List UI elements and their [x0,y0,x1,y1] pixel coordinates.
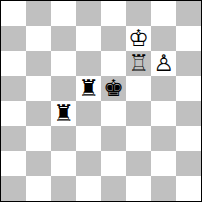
square-g5[interactable] [151,76,176,101]
square-e7[interactable] [101,26,126,51]
white-king-f7[interactable]: ♔ [126,26,151,51]
square-e2[interactable] [101,151,126,176]
square-h5[interactable] [176,76,201,101]
square-b8[interactable] [26,1,51,26]
square-b6[interactable] [26,51,51,76]
square-d7[interactable] [76,26,101,51]
square-g2[interactable] [151,151,176,176]
black-rook-c4[interactable]: ♜ [51,101,76,126]
square-h4[interactable] [176,101,201,126]
square-a2[interactable] [1,151,26,176]
square-h1[interactable] [176,176,201,201]
square-f8[interactable] [126,1,151,26]
square-f2[interactable] [126,151,151,176]
square-a4[interactable] [1,101,26,126]
square-d1[interactable] [76,176,101,201]
square-b3[interactable] [26,126,51,151]
square-b1[interactable] [26,176,51,201]
square-c6[interactable] [51,51,76,76]
chess-board-frame: ♔♖♙♜♚♜ [0,0,202,202]
square-d5[interactable]: ♜ [76,76,101,101]
black-king-e5[interactable]: ♚ [101,76,126,101]
square-h8[interactable] [176,1,201,26]
square-a1[interactable] [1,176,26,201]
square-e8[interactable] [101,1,126,26]
square-h2[interactable] [176,151,201,176]
square-d4[interactable] [76,101,101,126]
square-d3[interactable] [76,126,101,151]
square-f6[interactable]: ♖ [126,51,151,76]
square-e6[interactable] [101,51,126,76]
square-b7[interactable] [26,26,51,51]
white-pawn-g6[interactable]: ♙ [151,51,176,76]
chess-board: ♔♖♙♜♚♜ [1,1,201,201]
square-b4[interactable] [26,101,51,126]
square-h7[interactable] [176,26,201,51]
square-a3[interactable] [1,126,26,151]
square-e1[interactable] [101,176,126,201]
white-rook-f6[interactable]: ♖ [126,51,151,76]
square-c8[interactable] [51,1,76,26]
square-h6[interactable] [176,51,201,76]
square-e4[interactable] [101,101,126,126]
square-g7[interactable] [151,26,176,51]
square-b5[interactable] [26,76,51,101]
square-d6[interactable] [76,51,101,76]
square-c2[interactable] [51,151,76,176]
square-g1[interactable] [151,176,176,201]
square-e3[interactable] [101,126,126,151]
square-d2[interactable] [76,151,101,176]
square-c1[interactable] [51,176,76,201]
black-rook-d5[interactable]: ♜ [76,76,101,101]
square-g3[interactable] [151,126,176,151]
square-f7[interactable]: ♔ [126,26,151,51]
square-c5[interactable] [51,76,76,101]
square-a5[interactable] [1,76,26,101]
square-h3[interactable] [176,126,201,151]
square-a7[interactable] [1,26,26,51]
square-f1[interactable] [126,176,151,201]
square-g4[interactable] [151,101,176,126]
square-b2[interactable] [26,151,51,176]
square-f5[interactable] [126,76,151,101]
square-c3[interactable] [51,126,76,151]
square-a6[interactable] [1,51,26,76]
square-c4[interactable]: ♜ [51,101,76,126]
square-d8[interactable] [76,1,101,26]
square-a8[interactable] [1,1,26,26]
square-g6[interactable]: ♙ [151,51,176,76]
square-f4[interactable] [126,101,151,126]
square-f3[interactable] [126,126,151,151]
square-g8[interactable] [151,1,176,26]
square-c7[interactable] [51,26,76,51]
square-e5[interactable]: ♚ [101,76,126,101]
